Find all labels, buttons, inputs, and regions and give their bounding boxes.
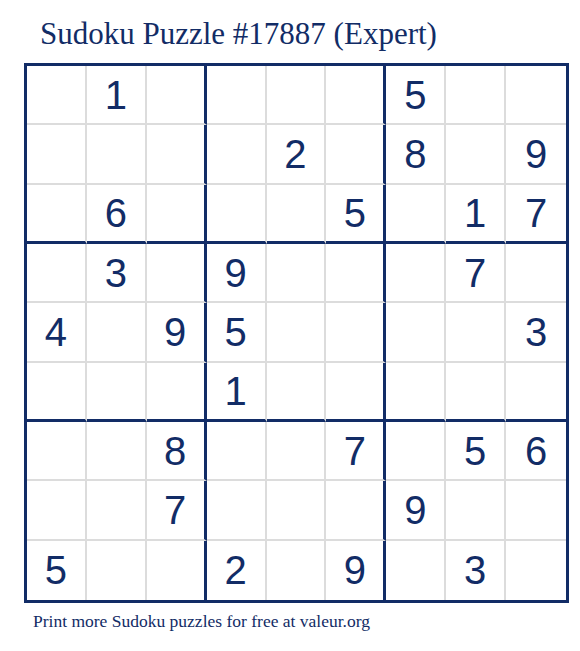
cell-r5c7[interactable]: [386, 303, 446, 362]
page-title: Sudoku Puzzle #17887 (Expert): [40, 16, 437, 52]
cell-r7c8[interactable]: 5: [446, 422, 506, 481]
cell-r6c2[interactable]: [87, 363, 147, 422]
cell-r6c6[interactable]: [326, 363, 386, 422]
cell-r6c8[interactable]: [446, 363, 506, 422]
cell-r5c1[interactable]: 4: [27, 303, 87, 362]
cell-r2c3[interactable]: [147, 125, 207, 184]
cell-r9c4[interactable]: 2: [207, 541, 267, 600]
cell-r2c4[interactable]: [207, 125, 267, 184]
cell-r8c9[interactable]: [506, 481, 566, 540]
cell-r2c6[interactable]: [326, 125, 386, 184]
cell-r5c8[interactable]: [446, 303, 506, 362]
cell-r1c4[interactable]: [207, 66, 267, 125]
cell-r2c5[interactable]: 2: [267, 125, 327, 184]
cell-r5c2[interactable]: [87, 303, 147, 362]
cell-r8c5[interactable]: [267, 481, 327, 540]
cell-r1c7[interactable]: 5: [386, 66, 446, 125]
cell-r5c9[interactable]: 3: [506, 303, 566, 362]
cell-r4c2[interactable]: 3: [87, 244, 147, 303]
cell-r3c1[interactable]: [27, 185, 87, 244]
cell-r9c3[interactable]: [147, 541, 207, 600]
cell-r9c2[interactable]: [87, 541, 147, 600]
cell-r3c4[interactable]: [207, 185, 267, 244]
cell-r1c6[interactable]: [326, 66, 386, 125]
cell-r1c8[interactable]: [446, 66, 506, 125]
cell-r4c9[interactable]: [506, 244, 566, 303]
cell-r9c1[interactable]: 5: [27, 541, 87, 600]
cell-r8c4[interactable]: [207, 481, 267, 540]
cell-r5c6[interactable]: [326, 303, 386, 362]
cell-r2c9[interactable]: 9: [506, 125, 566, 184]
cell-r8c7[interactable]: 9: [386, 481, 446, 540]
cell-r7c7[interactable]: [386, 422, 446, 481]
cell-r7c5[interactable]: [267, 422, 327, 481]
cell-r3c3[interactable]: [147, 185, 207, 244]
cell-r7c4[interactable]: [207, 422, 267, 481]
cell-r2c2[interactable]: [87, 125, 147, 184]
cell-r6c4[interactable]: 1: [207, 363, 267, 422]
cell-r2c1[interactable]: [27, 125, 87, 184]
cell-r6c5[interactable]: [267, 363, 327, 422]
cell-r4c8[interactable]: 7: [446, 244, 506, 303]
cell-r2c7[interactable]: 8: [386, 125, 446, 184]
cell-r8c6[interactable]: [326, 481, 386, 540]
cell-r2c8[interactable]: [446, 125, 506, 184]
cell-r5c3[interactable]: 9: [147, 303, 207, 362]
cell-r1c9[interactable]: [506, 66, 566, 125]
footer-text: Print more Sudoku puzzles for free at va…: [33, 611, 370, 632]
cell-r1c3[interactable]: [147, 66, 207, 125]
cell-r6c3[interactable]: [147, 363, 207, 422]
cell-r3c5[interactable]: [267, 185, 327, 244]
cell-r8c2[interactable]: [87, 481, 147, 540]
cell-r4c6[interactable]: [326, 244, 386, 303]
cell-r7c1[interactable]: [27, 422, 87, 481]
cell-r8c1[interactable]: [27, 481, 87, 540]
cell-r9c9[interactable]: [506, 541, 566, 600]
cell-r4c7[interactable]: [386, 244, 446, 303]
cell-r1c2[interactable]: 1: [87, 66, 147, 125]
cell-r5c5[interactable]: [267, 303, 327, 362]
cell-r6c7[interactable]: [386, 363, 446, 422]
cell-r7c3[interactable]: 8: [147, 422, 207, 481]
sudoku-board: 152896517397495318756795293: [24, 63, 569, 603]
cell-r3c9[interactable]: 7: [506, 185, 566, 244]
cell-r1c1[interactable]: [27, 66, 87, 125]
cell-r9c7[interactable]: [386, 541, 446, 600]
cell-r1c5[interactable]: [267, 66, 327, 125]
cell-r8c3[interactable]: 7: [147, 481, 207, 540]
cell-r4c1[interactable]: [27, 244, 87, 303]
cell-r4c3[interactable]: [147, 244, 207, 303]
cell-r3c7[interactable]: [386, 185, 446, 244]
cell-r4c4[interactable]: 9: [207, 244, 267, 303]
cell-r3c2[interactable]: 6: [87, 185, 147, 244]
cell-r9c5[interactable]: [267, 541, 327, 600]
sudoku-page: Sudoku Puzzle #17887 (Expert) 1528965173…: [0, 0, 580, 651]
cell-r9c8[interactable]: 3: [446, 541, 506, 600]
cell-r6c1[interactable]: [27, 363, 87, 422]
cell-r5c4[interactable]: 5: [207, 303, 267, 362]
cell-r3c8[interactable]: 1: [446, 185, 506, 244]
cell-r7c9[interactable]: 6: [506, 422, 566, 481]
cell-r6c9[interactable]: [506, 363, 566, 422]
cell-r7c2[interactable]: [87, 422, 147, 481]
cell-r4c5[interactable]: [267, 244, 327, 303]
cell-r3c6[interactable]: 5: [326, 185, 386, 244]
cell-r8c8[interactable]: [446, 481, 506, 540]
cell-r7c6[interactable]: 7: [326, 422, 386, 481]
cell-r9c6[interactable]: 9: [326, 541, 386, 600]
